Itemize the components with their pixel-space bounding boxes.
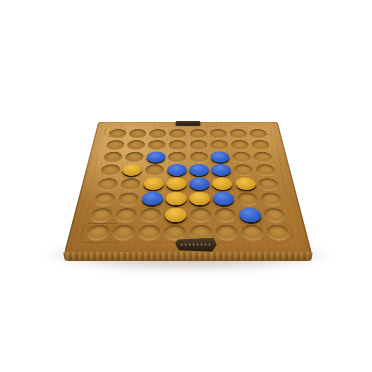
recess	[260, 193, 283, 206]
cell-b2[interactable]	[125, 139, 147, 151]
board-front-edge	[63, 252, 313, 261]
disc-blue-e4[interactable]	[189, 164, 209, 176]
cell-f1[interactable]	[208, 128, 229, 139]
recess	[85, 225, 110, 240]
cell-h7[interactable]	[261, 207, 289, 224]
recess	[120, 178, 141, 190]
cell-c3[interactable]	[144, 151, 167, 164]
recess	[190, 225, 212, 240]
cell-g5[interactable]	[233, 177, 258, 191]
recess	[148, 140, 166, 150]
recess	[96, 178, 118, 190]
recess	[140, 208, 162, 222]
recess	[237, 193, 259, 206]
cell-b8[interactable]	[109, 224, 137, 242]
recess	[190, 208, 211, 222]
cell-d8[interactable]	[162, 224, 188, 242]
cell-h2[interactable]	[249, 139, 272, 151]
recess	[241, 225, 265, 240]
cell-a7[interactable]	[87, 207, 115, 224]
board-perspective-wrap	[84, 73, 292, 281]
disc-yellow-d5[interactable]	[166, 177, 186, 190]
cell-f8[interactable]	[213, 224, 240, 242]
cell-d6[interactable]	[164, 191, 188, 207]
disc-blue-f3[interactable]	[211, 151, 231, 162]
game-board	[64, 122, 312, 254]
cell-a2[interactable]	[103, 139, 126, 151]
recess	[114, 208, 137, 222]
cell-f2[interactable]	[208, 139, 230, 151]
photo-scene	[0, 0, 372, 372]
recess	[126, 140, 145, 150]
disc-blue-d4[interactable]	[167, 164, 187, 176]
recess	[169, 140, 187, 150]
recess	[214, 208, 236, 222]
cell-b5[interactable]	[118, 177, 143, 191]
cell-g8[interactable]	[239, 224, 267, 242]
recess	[190, 152, 208, 163]
recess	[249, 129, 268, 138]
cell-h1[interactable]	[248, 128, 270, 139]
cell-c1[interactable]	[147, 128, 168, 139]
recess	[111, 225, 135, 240]
cell-e5[interactable]	[188, 177, 211, 191]
cell-d1[interactable]	[168, 128, 188, 139]
recess	[209, 129, 227, 138]
brand-engraving-illegible	[181, 243, 211, 245]
recess	[149, 129, 167, 138]
recess	[128, 129, 146, 138]
cell-g4[interactable]	[232, 164, 256, 177]
recess	[251, 140, 270, 150]
cell-c8[interactable]	[135, 224, 162, 242]
cell-b3[interactable]	[122, 151, 145, 164]
recess	[232, 152, 252, 163]
cell-e2[interactable]	[188, 139, 209, 151]
recess	[255, 165, 276, 176]
recess	[253, 152, 273, 163]
recess	[258, 178, 280, 190]
recess	[103, 152, 123, 163]
cell-c5[interactable]	[141, 177, 165, 191]
recess	[263, 208, 287, 222]
recess	[164, 225, 186, 240]
recess	[266, 225, 291, 240]
recess	[138, 225, 161, 240]
recess	[105, 140, 124, 150]
cell-d4[interactable]	[165, 164, 188, 177]
disc-blue-c6[interactable]	[141, 192, 163, 205]
recess	[168, 152, 186, 163]
cell-e3[interactable]	[188, 151, 210, 164]
cell-d5[interactable]	[165, 177, 188, 191]
recess	[190, 140, 208, 150]
recess	[215, 225, 238, 240]
cell-c6[interactable]	[139, 191, 164, 207]
cell-d3[interactable]	[166, 151, 188, 164]
brand-nameplate	[175, 238, 217, 252]
cell-e1[interactable]	[188, 128, 208, 139]
cell-a8[interactable]	[83, 224, 112, 242]
recess	[108, 129, 127, 138]
recess	[190, 129, 207, 138]
cell-e6[interactable]	[188, 191, 212, 207]
cell-d2[interactable]	[167, 139, 188, 151]
recess	[145, 165, 165, 176]
cell-b7[interactable]	[112, 207, 139, 224]
recess	[210, 140, 228, 150]
cell-b1[interactable]	[127, 128, 149, 139]
cell-b4[interactable]	[120, 164, 144, 177]
recess	[231, 140, 250, 150]
disc-blue-c3[interactable]	[146, 151, 166, 162]
cell-a4[interactable]	[98, 164, 123, 177]
cell-h6[interactable]	[258, 191, 285, 207]
recess	[124, 152, 144, 163]
cell-h4[interactable]	[254, 164, 279, 177]
cell-g1[interactable]	[228, 128, 250, 139]
cell-a6[interactable]	[91, 191, 118, 207]
cell-c7[interactable]	[137, 207, 163, 224]
cell-f4[interactable]	[210, 164, 233, 177]
cell-c4[interactable]	[143, 164, 166, 177]
cell-a5[interactable]	[94, 177, 120, 191]
cell-g2[interactable]	[229, 139, 251, 151]
cell-g3[interactable]	[230, 151, 253, 164]
cell-d7[interactable]	[163, 207, 188, 224]
disc-yellow-b4[interactable]	[122, 164, 143, 176]
cell-b6[interactable]	[115, 191, 141, 207]
disc-yellow-c5[interactable]	[143, 177, 164, 190]
cell-e4[interactable]	[188, 164, 211, 177]
recess	[169, 129, 186, 138]
cell-f6[interactable]	[211, 191, 236, 207]
cell-h3[interactable]	[251, 151, 275, 164]
board-grid	[83, 128, 293, 242]
top-nameplate	[176, 121, 201, 126]
recess	[93, 193, 116, 206]
cell-g7[interactable]	[237, 207, 264, 224]
recess	[117, 193, 139, 206]
recess	[234, 165, 254, 176]
cell-a3[interactable]	[101, 151, 125, 164]
cell-f3[interactable]	[209, 151, 232, 164]
cell-f5[interactable]	[211, 177, 235, 191]
recess	[100, 165, 121, 176]
cell-g6[interactable]	[235, 191, 261, 207]
cell-h5[interactable]	[256, 177, 282, 191]
cell-e7[interactable]	[188, 207, 213, 224]
cell-c2[interactable]	[146, 139, 168, 151]
recess	[229, 129, 247, 138]
recess	[89, 208, 113, 222]
cell-f7[interactable]	[212, 207, 238, 224]
cell-a1[interactable]	[106, 128, 128, 139]
cell-h8[interactable]	[264, 224, 293, 242]
disc-yellow-d7[interactable]	[164, 207, 186, 222]
